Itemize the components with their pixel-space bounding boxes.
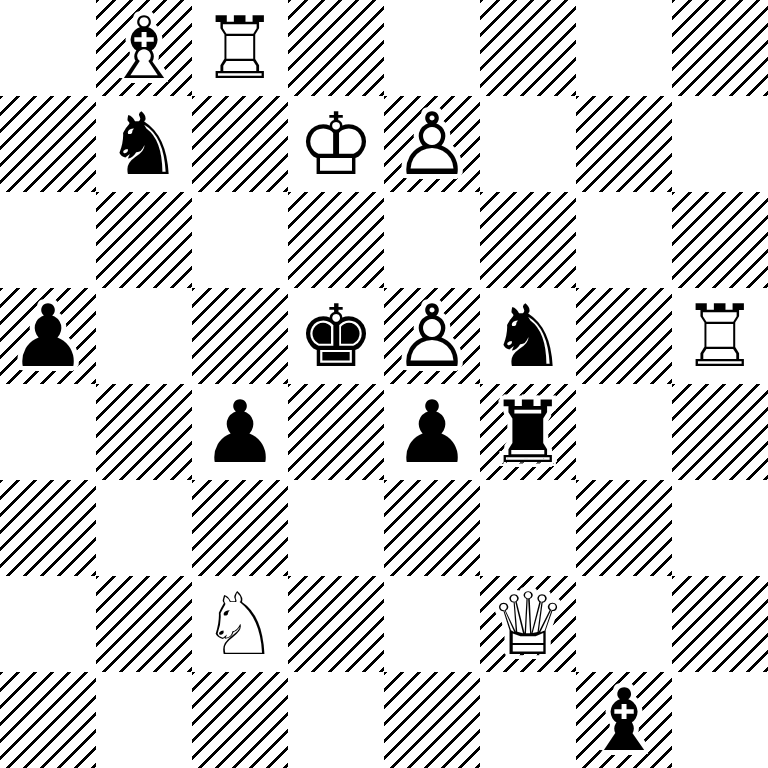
square-g3[interactable]: [576, 480, 672, 576]
square-f1[interactable]: [480, 672, 576, 768]
square-d8[interactable]: [288, 0, 384, 96]
square-e4[interactable]: ♟♟: [384, 384, 480, 480]
square-g4[interactable]: [576, 384, 672, 480]
square-b7[interactable]: ♞♞: [96, 96, 192, 192]
square-e3[interactable]: [384, 480, 480, 576]
square-d5[interactable]: ♚♚: [288, 288, 384, 384]
square-h1[interactable]: [672, 672, 768, 768]
square-a3[interactable]: [0, 480, 96, 576]
white-queen-piece[interactable]: ♕: [480, 576, 576, 672]
square-f7[interactable]: [480, 96, 576, 192]
black-knight-piece[interactable]: ♞: [96, 96, 192, 192]
square-f6[interactable]: [480, 192, 576, 288]
square-b4[interactable]: [96, 384, 192, 480]
square-b5[interactable]: [96, 288, 192, 384]
black-king-piece[interactable]: ♚: [288, 288, 384, 384]
square-a1[interactable]: [0, 672, 96, 768]
square-b6[interactable]: [96, 192, 192, 288]
square-g6[interactable]: [576, 192, 672, 288]
square-d1[interactable]: [288, 672, 384, 768]
chess-board: ♝♗♜♖♞♞♚♔♟♙♟♟♚♚♟♙♞♞♜♖♟♟♟♟♜♜♞♘♛♕♝♝: [0, 0, 768, 768]
square-c4[interactable]: ♟♟: [192, 384, 288, 480]
white-rook-piece[interactable]: ♖: [192, 0, 288, 96]
square-d6[interactable]: [288, 192, 384, 288]
square-h8[interactable]: [672, 0, 768, 96]
square-a4[interactable]: [0, 384, 96, 480]
square-a2[interactable]: [0, 576, 96, 672]
square-e5[interactable]: ♟♙: [384, 288, 480, 384]
square-g2[interactable]: [576, 576, 672, 672]
square-h6[interactable]: [672, 192, 768, 288]
square-g5[interactable]: [576, 288, 672, 384]
square-f4[interactable]: ♜♜: [480, 384, 576, 480]
square-h5[interactable]: ♜♖: [672, 288, 768, 384]
square-b3[interactable]: [96, 480, 192, 576]
black-knight-piece[interactable]: ♞: [480, 288, 576, 384]
square-b8[interactable]: ♝♗: [96, 0, 192, 96]
square-a6[interactable]: [0, 192, 96, 288]
black-pawn-piece[interactable]: ♟: [384, 384, 480, 480]
square-c7[interactable]: [192, 96, 288, 192]
square-c3[interactable]: [192, 480, 288, 576]
square-b2[interactable]: [96, 576, 192, 672]
square-f8[interactable]: [480, 0, 576, 96]
square-c2[interactable]: ♞♘: [192, 576, 288, 672]
white-pawn-piece[interactable]: ♙: [384, 288, 480, 384]
black-pawn-piece[interactable]: ♟: [0, 288, 96, 384]
square-a5[interactable]: ♟♟: [0, 288, 96, 384]
black-rook-piece[interactable]: ♜: [480, 384, 576, 480]
square-c8[interactable]: ♜♖: [192, 0, 288, 96]
white-king-piece[interactable]: ♔: [288, 96, 384, 192]
square-g1[interactable]: ♝♝: [576, 672, 672, 768]
white-knight-piece[interactable]: ♘: [192, 576, 288, 672]
white-rook-piece[interactable]: ♖: [672, 288, 768, 384]
square-e7[interactable]: ♟♙: [384, 96, 480, 192]
square-d7[interactable]: ♚♔: [288, 96, 384, 192]
square-e2[interactable]: [384, 576, 480, 672]
square-f2[interactable]: ♛♕: [480, 576, 576, 672]
square-h7[interactable]: [672, 96, 768, 192]
square-h2[interactable]: [672, 576, 768, 672]
square-e6[interactable]: [384, 192, 480, 288]
square-c5[interactable]: [192, 288, 288, 384]
square-e8[interactable]: [384, 0, 480, 96]
square-c1[interactable]: [192, 672, 288, 768]
square-h4[interactable]: [672, 384, 768, 480]
white-pawn-piece[interactable]: ♙: [384, 96, 480, 192]
black-pawn-piece[interactable]: ♟: [192, 384, 288, 480]
square-d4[interactable]: [288, 384, 384, 480]
black-bishop-piece[interactable]: ♝: [576, 672, 672, 768]
square-g7[interactable]: [576, 96, 672, 192]
white-bishop-piece[interactable]: ♗: [96, 0, 192, 96]
square-e1[interactable]: [384, 672, 480, 768]
square-h3[interactable]: [672, 480, 768, 576]
square-d3[interactable]: [288, 480, 384, 576]
square-f3[interactable]: [480, 480, 576, 576]
square-d2[interactable]: [288, 576, 384, 672]
square-a7[interactable]: [0, 96, 96, 192]
square-c6[interactable]: [192, 192, 288, 288]
square-f5[interactable]: ♞♞: [480, 288, 576, 384]
square-a8[interactable]: [0, 0, 96, 96]
square-b1[interactable]: [96, 672, 192, 768]
square-g8[interactable]: [576, 0, 672, 96]
